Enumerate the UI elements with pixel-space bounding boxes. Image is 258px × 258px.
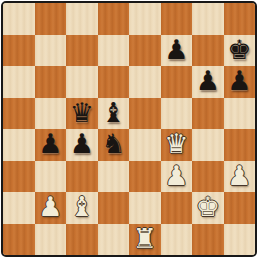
square-b8[interactable] [35,3,67,35]
square-c5[interactable]: ♛ [66,98,98,130]
square-b6[interactable] [35,66,67,98]
piece-white-pawn[interactable]: ♟ [227,162,251,189]
square-g3[interactable] [192,161,224,193]
chess-board: ♟♚♟♟♛♝♟♟♞♛♟♟♟♝♚♜ [3,3,255,255]
square-e4[interactable] [129,129,161,161]
square-c2[interactable]: ♝ [66,192,98,224]
square-f1[interactable] [161,224,193,256]
square-g7[interactable] [192,35,224,67]
square-d6[interactable] [98,66,130,98]
piece-white-pawn[interactable]: ♟ [38,193,62,220]
square-g6[interactable]: ♟ [192,66,224,98]
square-b4[interactable]: ♟ [35,129,67,161]
square-f6[interactable] [161,66,193,98]
piece-black-bishop[interactable]: ♝ [101,99,125,126]
square-c6[interactable] [66,66,98,98]
square-f5[interactable] [161,98,193,130]
square-d5[interactable]: ♝ [98,98,130,130]
square-h2[interactable] [224,192,256,224]
square-f4[interactable]: ♛ [161,129,193,161]
square-f3[interactable]: ♟ [161,161,193,193]
square-c8[interactable] [66,3,98,35]
square-d4[interactable]: ♞ [98,129,130,161]
square-a1[interactable] [3,224,35,256]
square-e5[interactable] [129,98,161,130]
piece-black-queen[interactable]: ♛ [70,99,94,126]
piece-white-king[interactable]: ♚ [196,193,220,220]
square-e6[interactable] [129,66,161,98]
square-b1[interactable] [35,224,67,256]
square-f7[interactable]: ♟ [161,35,193,67]
piece-white-queen[interactable]: ♛ [164,130,188,157]
square-h1[interactable] [224,224,256,256]
square-e8[interactable] [129,3,161,35]
piece-black-pawn[interactable]: ♟ [164,36,188,63]
square-a5[interactable] [3,98,35,130]
square-a2[interactable] [3,192,35,224]
square-g2[interactable]: ♚ [192,192,224,224]
square-b3[interactable] [35,161,67,193]
piece-white-bishop[interactable]: ♝ [70,193,94,220]
square-g4[interactable] [192,129,224,161]
piece-black-king[interactable]: ♚ [227,36,251,63]
square-e2[interactable] [129,192,161,224]
square-f2[interactable] [161,192,193,224]
square-h5[interactable] [224,98,256,130]
square-h4[interactable] [224,129,256,161]
square-b5[interactable] [35,98,67,130]
piece-black-pawn[interactable]: ♟ [227,67,251,94]
square-g5[interactable] [192,98,224,130]
square-h6[interactable]: ♟ [224,66,256,98]
square-h3[interactable]: ♟ [224,161,256,193]
square-b2[interactable]: ♟ [35,192,67,224]
square-a3[interactable] [3,161,35,193]
square-d2[interactable] [98,192,130,224]
square-a8[interactable] [3,3,35,35]
square-h7[interactable]: ♚ [224,35,256,67]
square-f8[interactable] [161,3,193,35]
piece-white-rook[interactable]: ♜ [133,225,157,252]
square-d1[interactable] [98,224,130,256]
square-h8[interactable] [224,3,256,35]
square-e1[interactable]: ♜ [129,224,161,256]
piece-black-pawn[interactable]: ♟ [70,130,94,157]
square-c1[interactable] [66,224,98,256]
square-g8[interactable] [192,3,224,35]
chess-board-frame: ♟♚♟♟♛♝♟♟♞♛♟♟♟♝♚♜ [1,1,257,257]
square-d3[interactable] [98,161,130,193]
piece-black-knight[interactable]: ♞ [101,130,125,157]
square-a4[interactable] [3,129,35,161]
square-d8[interactable] [98,3,130,35]
piece-white-pawn[interactable]: ♟ [164,162,188,189]
square-a7[interactable] [3,35,35,67]
piece-black-pawn[interactable]: ♟ [196,67,220,94]
square-c4[interactable]: ♟ [66,129,98,161]
square-g1[interactable] [192,224,224,256]
square-b7[interactable] [35,35,67,67]
square-e3[interactable] [129,161,161,193]
piece-black-pawn[interactable]: ♟ [38,130,62,157]
square-a6[interactable] [3,66,35,98]
square-c3[interactable] [66,161,98,193]
square-e7[interactable] [129,35,161,67]
square-c7[interactable] [66,35,98,67]
square-d7[interactable] [98,35,130,67]
